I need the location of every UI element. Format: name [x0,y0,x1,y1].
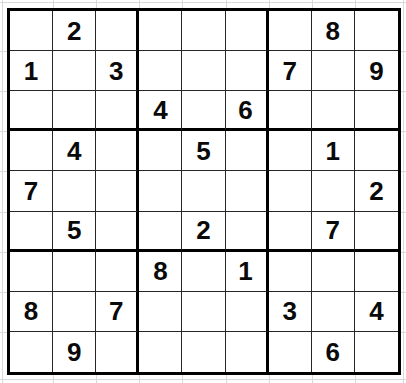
cell-r3c3[interactable] [96,91,139,131]
cell-r2c6[interactable] [226,51,269,91]
cell-r3c9[interactable] [355,91,398,131]
background-gridline [0,379,406,380]
cell-r7c9[interactable] [355,252,398,292]
cell-r3c7[interactable] [269,91,312,131]
cell-r6c9[interactable] [355,212,398,252]
cell-r8c8[interactable] [312,292,355,332]
cell-r2c9[interactable]: 9 [355,51,398,91]
cell-r1c7[interactable] [269,11,312,51]
cell-r8c9[interactable]: 4 [355,292,398,332]
cell-r7c3[interactable] [96,252,139,292]
cell-r9c5[interactable] [182,332,225,372]
background-gridline [0,2,406,3]
cell-r8c6[interactable] [226,292,269,332]
cell-r6c1[interactable] [10,212,53,252]
cell-r2c7[interactable]: 7 [269,51,312,91]
cell-r5c6[interactable] [226,171,269,211]
cell-r7c1[interactable] [10,252,53,292]
cell-r6c5[interactable]: 2 [182,212,225,252]
cell-r9c9[interactable] [355,332,398,372]
cell-r5c4[interactable] [139,171,182,211]
cell-r5c9[interactable]: 2 [355,171,398,211]
cell-r8c7[interactable]: 3 [269,292,312,332]
cell-r1c9[interactable] [355,11,398,51]
cell-r4c3[interactable] [96,131,139,171]
cell-r6c4[interactable] [139,212,182,252]
cell-r9c7[interactable] [269,332,312,372]
cell-r7c6[interactable]: 1 [226,252,269,292]
cell-r9c2[interactable]: 9 [53,332,96,372]
cell-r8c4[interactable] [139,292,182,332]
cell-r5c8[interactable] [312,171,355,211]
cell-r6c2[interactable]: 5 [53,212,96,252]
cell-r6c3[interactable] [96,212,139,252]
cell-r2c8[interactable] [312,51,355,91]
cell-r8c3[interactable]: 7 [96,292,139,332]
cell-r8c1[interactable]: 8 [10,292,53,332]
cell-r9c1[interactable] [10,332,53,372]
cell-r1c5[interactable] [182,11,225,51]
cell-r4c6[interactable] [226,131,269,171]
cell-r7c2[interactable] [53,252,96,292]
cell-r6c6[interactable] [226,212,269,252]
cell-r1c6[interactable] [226,11,269,51]
cell-r5c7[interactable] [269,171,312,211]
cell-r5c1[interactable]: 7 [10,171,53,211]
cell-r4c5[interactable]: 5 [182,131,225,171]
cell-r1c3[interactable] [96,11,139,51]
cell-r2c1[interactable]: 1 [10,51,53,91]
cell-r5c3[interactable] [96,171,139,211]
cell-r4c9[interactable] [355,131,398,171]
cell-r9c3[interactable] [96,332,139,372]
cell-r2c2[interactable] [53,51,96,91]
cell-r8c5[interactable] [182,292,225,332]
cell-r4c2[interactable]: 4 [53,131,96,171]
cell-r7c8[interactable] [312,252,355,292]
cell-r9c4[interactable] [139,332,182,372]
cell-r4c4[interactable] [139,131,182,171]
cell-r1c4[interactable] [139,11,182,51]
cell-r5c2[interactable] [53,171,96,211]
cell-r4c8[interactable]: 1 [312,131,355,171]
cell-r1c8[interactable]: 8 [312,11,355,51]
cell-r7c7[interactable] [269,252,312,292]
cell-r4c7[interactable] [269,131,312,171]
cell-r2c3[interactable]: 3 [96,51,139,91]
sudoku-board: 281379464517252781873496 [7,8,401,375]
cell-r3c2[interactable] [53,91,96,131]
background-gridline [403,0,404,383]
cell-r7c5[interactable] [182,252,225,292]
cell-r9c6[interactable] [226,332,269,372]
cell-r3c5[interactable] [182,91,225,131]
cell-r4c1[interactable] [10,131,53,171]
cell-r1c2[interactable]: 2 [53,11,96,51]
background-gridline [2,0,3,383]
cell-r7c4[interactable]: 8 [139,252,182,292]
cell-r9c8[interactable]: 6 [312,332,355,372]
cell-r8c2[interactable] [53,292,96,332]
cell-r6c8[interactable]: 7 [312,212,355,252]
cell-r3c1[interactable] [10,91,53,131]
cell-r1c1[interactable] [10,11,53,51]
cell-r6c7[interactable] [269,212,312,252]
cell-r2c5[interactable] [182,51,225,91]
cell-r3c4[interactable]: 4 [139,91,182,131]
cell-r5c5[interactable] [182,171,225,211]
cell-r3c6[interactable]: 6 [226,91,269,131]
cell-r2c4[interactable] [139,51,182,91]
cell-r3c8[interactable] [312,91,355,131]
